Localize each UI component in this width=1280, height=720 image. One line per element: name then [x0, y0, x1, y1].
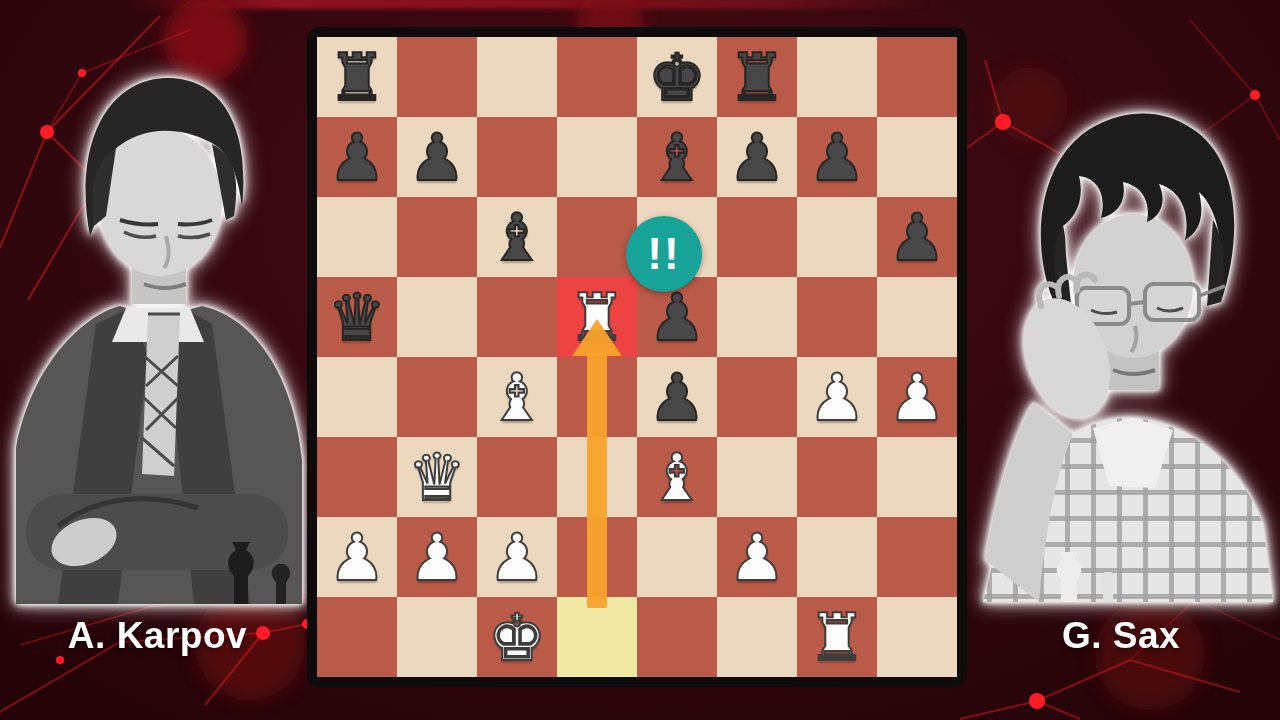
player-name-left: A. Karpov [0, 615, 315, 657]
player-photo-right-sax [975, 90, 1280, 602]
chess-board-frame: ♜♚♜♟♟♝♟♟♝♟♛♜♟♝♟♟♟♛♝♟♟♟♟♚♜ !! [307, 27, 967, 687]
move-arrow-tail [587, 353, 607, 608]
chess-board: ♜♚♜♟♟♝♟♟♝♟♛♜♟♝♟♟♟♛♝♟♟♟♟♚♜ !! [317, 37, 957, 677]
board-overlay-layer: !! [317, 37, 957, 677]
thumbnail-stage: ♜♚♜♟♟♝♟♟♝♟♛♜♟♝♟♟♟♛♝♟♟♟♟♚♜ !! A. Karpov G… [0, 0, 1280, 720]
karpov-portrait-illustration [16, 78, 302, 604]
brilliant-move-badge: !! [626, 216, 702, 292]
sax-portrait-illustration [983, 114, 1273, 603]
player-name-right: G. Sax [962, 615, 1280, 657]
move-arrow-head [572, 319, 622, 356]
player-photo-left-karpov [0, 56, 310, 604]
